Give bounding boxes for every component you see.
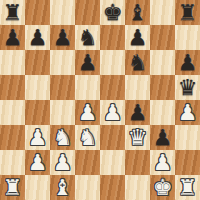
square-d6[interactable]: ♟	[75, 50, 100, 75]
square-f3[interactable]: ♛	[125, 125, 150, 150]
black-bishop-piece[interactable]: ♝	[125, 0, 150, 25]
black-pawn-piece[interactable]: ♟	[50, 25, 75, 50]
white-pawn-piece[interactable]: ♟	[75, 100, 100, 125]
square-g6[interactable]	[150, 50, 175, 75]
square-f8[interactable]: ♝	[125, 0, 150, 25]
square-a7[interactable]: ♟	[0, 25, 25, 50]
square-h1[interactable]: ♜	[175, 175, 200, 200]
square-a6[interactable]	[0, 50, 25, 75]
white-pawn-piece[interactable]: ♟	[25, 150, 50, 175]
white-rook-piece[interactable]: ♜	[0, 175, 25, 200]
chess-board: ♜♚♝♜♟♟♟♞♟♟♞♟♛♟♟♟♟♟♞♞♛♟♟♟♟♜♝♚♜	[0, 0, 200, 200]
black-queen-piece[interactable]: ♛	[175, 75, 200, 100]
square-e8[interactable]: ♚	[100, 0, 125, 25]
black-pawn-piece[interactable]: ♟	[125, 25, 150, 50]
square-c1[interactable]: ♝	[50, 175, 75, 200]
black-pawn-piece[interactable]: ♟	[150, 125, 175, 150]
black-pawn-piece[interactable]: ♟	[25, 25, 50, 50]
black-pawn-piece[interactable]: ♟	[0, 25, 25, 50]
white-pawn-piece[interactable]: ♟	[175, 100, 200, 125]
square-h7[interactable]	[175, 25, 200, 50]
square-d7[interactable]: ♞	[75, 25, 100, 50]
black-knight-piece[interactable]: ♞	[125, 50, 150, 75]
black-rook-piece[interactable]: ♜	[0, 0, 25, 25]
square-b4[interactable]	[25, 100, 50, 125]
square-b6[interactable]	[25, 50, 50, 75]
square-a4[interactable]	[0, 100, 25, 125]
black-knight-piece[interactable]: ♞	[75, 25, 100, 50]
black-pawn-piece[interactable]: ♟	[125, 100, 150, 125]
square-d5[interactable]	[75, 75, 100, 100]
black-rook-piece[interactable]: ♜	[175, 0, 200, 25]
square-e2[interactable]	[100, 150, 125, 175]
square-e3[interactable]	[100, 125, 125, 150]
square-h2[interactable]	[175, 150, 200, 175]
square-g4[interactable]	[150, 100, 175, 125]
white-pawn-piece[interactable]: ♟	[50, 150, 75, 175]
white-pawn-piece[interactable]: ♟	[25, 125, 50, 150]
square-g2[interactable]: ♟	[150, 150, 175, 175]
black-pawn-piece[interactable]: ♟	[175, 50, 200, 75]
square-d1[interactable]	[75, 175, 100, 200]
white-rook-piece[interactable]: ♜	[175, 175, 200, 200]
square-a8[interactable]: ♜	[0, 0, 25, 25]
square-d4[interactable]: ♟	[75, 100, 100, 125]
square-c2[interactable]: ♟	[50, 150, 75, 175]
square-c7[interactable]: ♟	[50, 25, 75, 50]
square-f2[interactable]	[125, 150, 150, 175]
white-knight-piece[interactable]: ♞	[50, 125, 75, 150]
white-pawn-piece[interactable]: ♟	[150, 150, 175, 175]
white-king-piece[interactable]: ♚	[150, 175, 175, 200]
square-h4[interactable]: ♟	[175, 100, 200, 125]
white-bishop-piece[interactable]: ♝	[50, 175, 75, 200]
square-b8[interactable]	[25, 0, 50, 25]
square-e4[interactable]: ♟	[100, 100, 125, 125]
white-pawn-piece[interactable]: ♟	[100, 100, 125, 125]
square-h3[interactable]	[175, 125, 200, 150]
square-c4[interactable]	[50, 100, 75, 125]
square-f6[interactable]: ♞	[125, 50, 150, 75]
square-c6[interactable]	[50, 50, 75, 75]
square-d8[interactable]	[75, 0, 100, 25]
square-b5[interactable]	[25, 75, 50, 100]
square-g5[interactable]	[150, 75, 175, 100]
square-e1[interactable]	[100, 175, 125, 200]
square-f7[interactable]: ♟	[125, 25, 150, 50]
square-f5[interactable]	[125, 75, 150, 100]
square-e7[interactable]	[100, 25, 125, 50]
square-c8[interactable]	[50, 0, 75, 25]
square-g3[interactable]: ♟	[150, 125, 175, 150]
square-a5[interactable]	[0, 75, 25, 100]
square-a2[interactable]	[0, 150, 25, 175]
black-king-piece[interactable]: ♚	[100, 0, 125, 25]
square-g1[interactable]: ♚	[150, 175, 175, 200]
chess-board-area: ♜♚♝♜♟♟♟♞♟♟♞♟♛♟♟♟♟♟♞♞♛♟♟♟♟♜♝♚♜	[0, 0, 200, 200]
square-f1[interactable]	[125, 175, 150, 200]
square-h5[interactable]: ♛	[175, 75, 200, 100]
square-e6[interactable]	[100, 50, 125, 75]
square-h8[interactable]: ♜	[175, 0, 200, 25]
white-knight-piece[interactable]: ♞	[75, 125, 100, 150]
square-b3[interactable]: ♟	[25, 125, 50, 150]
square-g8[interactable]	[150, 0, 175, 25]
square-f4[interactable]: ♟	[125, 100, 150, 125]
square-a3[interactable]	[0, 125, 25, 150]
square-g7[interactable]	[150, 25, 175, 50]
square-e5[interactable]	[100, 75, 125, 100]
black-pawn-piece[interactable]: ♟	[75, 50, 100, 75]
square-b1[interactable]	[25, 175, 50, 200]
square-d3[interactable]: ♞	[75, 125, 100, 150]
square-h6[interactable]: ♟	[175, 50, 200, 75]
white-queen-piece[interactable]: ♛	[125, 125, 150, 150]
square-b2[interactable]: ♟	[25, 150, 50, 175]
square-c5[interactable]	[50, 75, 75, 100]
square-a1[interactable]: ♜	[0, 175, 25, 200]
square-b7[interactable]: ♟	[25, 25, 50, 50]
square-c3[interactable]: ♞	[50, 125, 75, 150]
square-d2[interactable]	[75, 150, 100, 175]
